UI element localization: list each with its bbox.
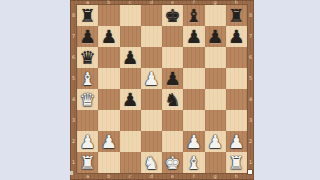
square-h2[interactable]: ♟ [226,131,247,152]
square-c7[interactable] [120,26,141,47]
file-label-c: c [120,173,141,180]
square-a4[interactable]: ♛ [77,89,98,110]
square-e4[interactable]: ♞ [162,89,183,110]
square-h4[interactable] [226,89,247,110]
square-e3[interactable] [162,110,183,131]
piece-white-knight: ♞ [143,152,159,173]
file-label-h: h [226,0,247,5]
piece-black-rook: ♜ [80,5,96,26]
piece-white-pawn: ♟ [101,131,117,152]
file-label-a: a [77,173,98,180]
square-h3[interactable] [226,110,247,131]
file-label-d: d [141,0,162,5]
square-h1[interactable]: ♜ [226,152,247,173]
white-to-move-indicator [248,170,252,174]
square-h6[interactable] [226,47,247,68]
square-a2[interactable]: ♟ [77,131,98,152]
rank-label-1: 1 [70,152,77,173]
piece-black-pawn: ♟ [122,89,138,110]
square-b8[interactable] [98,5,119,26]
piece-white-pawn: ♟ [228,131,244,152]
rank-label-8: 8 [247,5,254,26]
square-d8[interactable] [141,5,162,26]
square-h8[interactable]: ♜ [226,5,247,26]
square-a3[interactable] [77,110,98,131]
square-c5[interactable] [120,68,141,89]
square-d7[interactable] [141,26,162,47]
rank-label-4: 4 [247,89,254,110]
piece-white-rook: ♜ [228,152,244,173]
square-a8[interactable]: ♜ [77,5,98,26]
file-label-f: f [183,0,204,5]
rank-label-4: 4 [70,89,77,110]
square-g1[interactable] [205,152,226,173]
square-b4[interactable] [98,89,119,110]
square-a1[interactable]: ♜ [77,152,98,173]
square-b3[interactable] [98,110,119,131]
piece-white-bishop: ♝ [80,68,96,89]
square-g6[interactable] [205,47,226,68]
piece-black-knight: ♞ [165,89,181,110]
square-b2[interactable]: ♟ [98,131,119,152]
square-e2[interactable] [162,131,183,152]
piece-black-pawn: ♟ [165,68,181,89]
square-f3[interactable] [183,110,204,131]
square-c3[interactable] [120,110,141,131]
square-c6[interactable]: ♟ [120,47,141,68]
square-e8[interactable]: ♚ [162,5,183,26]
square-b6[interactable] [98,47,119,68]
file-labels-bottom: abcdefgh [77,173,247,180]
square-e6[interactable] [162,47,183,68]
piece-black-queen: ♛ [80,47,96,68]
piece-white-pawn: ♟ [207,131,223,152]
piece-black-rook: ♜ [228,5,244,26]
rank-label-2: 2 [70,131,77,152]
chess-board: ♜♚♝♜♟♟♟♟♟♛♟♝♟♟♛♟♞♟♟♟♟♟♜♞♚♝♜ abcdefgh abc… [70,0,254,180]
square-f8[interactable]: ♝ [183,5,204,26]
piece-white-king: ♚ [165,152,181,173]
square-c8[interactable] [120,5,141,26]
rank-label-8: 8 [70,5,77,26]
rank-label-3: 3 [70,110,77,131]
piece-white-queen: ♛ [80,89,96,110]
file-label-e: e [162,0,183,5]
file-label-g: g [205,173,226,180]
square-d1[interactable]: ♞ [141,152,162,173]
square-f1[interactable]: ♝ [183,152,204,173]
square-c1[interactable] [120,152,141,173]
piece-black-bishop: ♝ [186,5,202,26]
rank-labels-left: 87654321 [70,5,77,173]
square-g8[interactable] [205,5,226,26]
square-f7[interactable]: ♟ [183,26,204,47]
square-c4[interactable]: ♟ [120,89,141,110]
piece-white-rook: ♜ [80,152,96,173]
square-f6[interactable] [183,47,204,68]
piece-black-pawn: ♟ [228,26,244,47]
file-label-g: g [205,0,226,5]
rank-label-6: 6 [247,47,254,68]
square-h5[interactable] [226,68,247,89]
square-d6[interactable] [141,47,162,68]
piece-white-pawn: ♟ [80,131,96,152]
square-g2[interactable]: ♟ [205,131,226,152]
piece-white-pawn: ♟ [143,68,159,89]
rank-label-3: 3 [247,110,254,131]
file-label-d: d [141,173,162,180]
square-e7[interactable] [162,26,183,47]
square-d5[interactable]: ♟ [141,68,162,89]
video-frame: ♜♚♝♜♟♟♟♟♟♛♟♝♟♟♛♟♞♟♟♟♟♟♜♞♚♝♜ abcdefgh abc… [0,0,320,180]
file-label-b: b [98,0,119,5]
square-b7[interactable]: ♟ [98,26,119,47]
square-g7[interactable]: ♟ [205,26,226,47]
file-label-f: f [183,173,204,180]
square-c2[interactable] [120,131,141,152]
board-grid: ♜♚♝♜♟♟♟♟♟♛♟♝♟♟♛♟♞♟♟♟♟♟♜♞♚♝♜ [77,5,247,173]
piece-black-pawn: ♟ [101,26,117,47]
rank-label-5: 5 [70,68,77,89]
piece-black-king: ♚ [165,5,181,26]
square-f4[interactable] [183,89,204,110]
square-e5[interactable]: ♟ [162,68,183,89]
file-label-e: e [162,173,183,180]
rank-label-5: 5 [247,68,254,89]
square-h7[interactable]: ♟ [226,26,247,47]
file-label-h: h [226,173,247,180]
square-b1[interactable] [98,152,119,173]
file-labels-top: abcdefgh [77,0,247,5]
square-f2[interactable]: ♟ [183,131,204,152]
piece-white-bishop: ♝ [186,152,202,173]
rank-label-7: 7 [247,26,254,47]
piece-white-pawn: ♟ [186,131,202,152]
file-label-b: b [98,173,119,180]
piece-black-pawn: ♟ [207,26,223,47]
square-g5[interactable] [205,68,226,89]
square-f5[interactable] [183,68,204,89]
square-d4[interactable] [141,89,162,110]
square-g4[interactable] [205,89,226,110]
square-g3[interactable] [205,110,226,131]
square-d3[interactable] [141,110,162,131]
square-e1[interactable]: ♚ [162,152,183,173]
square-d2[interactable] [141,131,162,152]
bottom-left-corner-mark [70,171,73,175]
rank-label-2: 2 [247,131,254,152]
rank-labels-right: 87654321 [247,5,254,173]
file-label-c: c [120,0,141,5]
file-label-a: a [77,0,98,5]
piece-black-pawn: ♟ [80,26,96,47]
piece-black-pawn: ♟ [186,26,202,47]
square-a6[interactable]: ♛ [77,47,98,68]
square-a7[interactable]: ♟ [77,26,98,47]
square-a5[interactable]: ♝ [77,68,98,89]
square-b5[interactable] [98,68,119,89]
piece-black-pawn: ♟ [122,47,138,68]
rank-label-7: 7 [70,26,77,47]
rank-label-6: 6 [70,47,77,68]
